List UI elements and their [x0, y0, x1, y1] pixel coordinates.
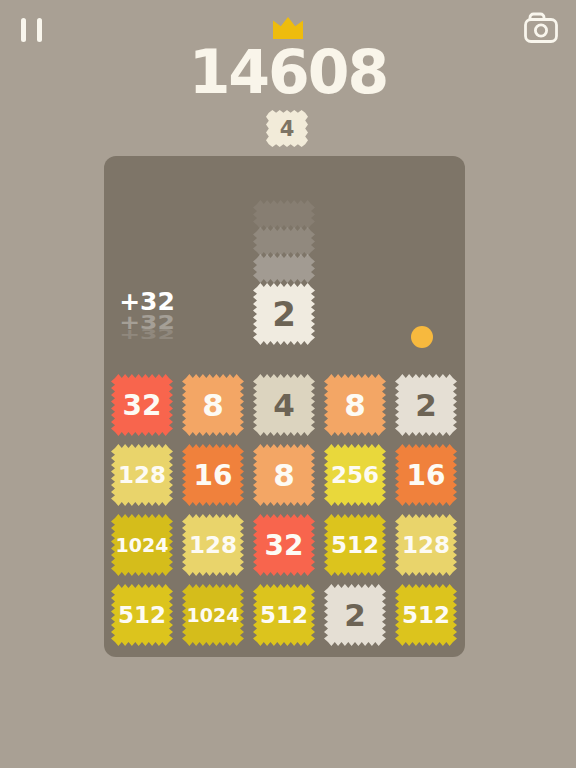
- falling-tile-trail: [253, 200, 315, 229]
- tile-4[interactable]: 4: [253, 374, 315, 436]
- tile-16[interactable]: 16: [395, 444, 457, 506]
- tile-16[interactable]: 16: [182, 444, 244, 506]
- tile-2[interactable]: 2: [395, 374, 457, 436]
- tile-8[interactable]: 8: [324, 374, 386, 436]
- tile-2[interactable]: 2: [324, 584, 386, 646]
- tile-512[interactable]: 512: [253, 584, 315, 646]
- score-display: 14608: [0, 40, 576, 104]
- tile-1024[interactable]: 1024: [182, 584, 244, 646]
- tile-grid[interactable]: 3284821281682561610241283251212851210245…: [111, 374, 457, 646]
- tile-512[interactable]: 512: [111, 584, 173, 646]
- tile-256[interactable]: 256: [324, 444, 386, 506]
- pause-icon: [21, 18, 26, 42]
- falling-tile-2: 2: [253, 283, 315, 345]
- bonus-popup-trail: +32: [117, 328, 177, 341]
- tile-512[interactable]: 512: [324, 514, 386, 576]
- next-tile-value: 4: [280, 117, 295, 141]
- tile-128[interactable]: 128: [395, 514, 457, 576]
- tile-32[interactable]: 32: [253, 514, 315, 576]
- crown-icon: [273, 17, 303, 39]
- tile-128[interactable]: 128: [182, 514, 244, 576]
- game-board[interactable]: 2 +32 +32 +32 32848212816825616102412832…: [104, 156, 465, 657]
- tile-8[interactable]: 8: [182, 374, 244, 436]
- pause-icon: [37, 18, 42, 42]
- falling-tile-trail: [253, 254, 315, 283]
- tile-8[interactable]: 8: [253, 444, 315, 506]
- tile-128[interactable]: 128: [111, 444, 173, 506]
- tile-32[interactable]: 32: [111, 374, 173, 436]
- tile-1024[interactable]: 1024: [111, 514, 173, 576]
- touch-indicator-dot: [411, 326, 433, 348]
- falling-tile-trail: [253, 227, 315, 256]
- falling-tile-value: 2: [272, 294, 296, 334]
- bonus-popup: +32: [117, 291, 177, 313]
- tile-512[interactable]: 512: [395, 584, 457, 646]
- next-tile-preview: 4: [266, 110, 308, 147]
